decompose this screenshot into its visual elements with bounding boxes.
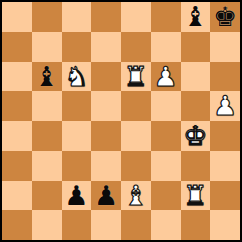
square-a6[interactable]: [2, 62, 32, 92]
square-e2[interactable]: ♝: [121, 181, 151, 211]
square-e8[interactable]: [121, 2, 151, 32]
black-bishop-g8[interactable]: ♝: [183, 2, 207, 32]
chess-board: ♝♚♝♞♜♟♟♚♟♟♝♜: [2, 2, 240, 240]
black-pawn-d2[interactable]: ♟: [94, 181, 118, 211]
square-c2[interactable]: ♟: [62, 181, 92, 211]
white-knight-c6[interactable]: ♞: [64, 62, 88, 92]
white-bishop-e2[interactable]: ♝: [124, 181, 148, 211]
square-b4[interactable]: [32, 121, 62, 151]
square-g5[interactable]: [181, 91, 211, 121]
square-e6[interactable]: ♜: [121, 62, 151, 92]
square-a2[interactable]: [2, 181, 32, 211]
square-c6[interactable]: ♞: [62, 62, 92, 92]
square-f7[interactable]: [151, 32, 181, 62]
white-pawn-f6[interactable]: ♟: [154, 62, 178, 92]
square-a8[interactable]: [2, 2, 32, 32]
square-b7[interactable]: [32, 32, 62, 62]
square-f5[interactable]: [151, 91, 181, 121]
square-b5[interactable]: [32, 91, 62, 121]
square-e3[interactable]: [121, 151, 151, 181]
square-e7[interactable]: [121, 32, 151, 62]
square-b8[interactable]: [32, 2, 62, 32]
square-g6[interactable]: [181, 62, 211, 92]
square-h3[interactable]: [210, 151, 240, 181]
square-g8[interactable]: ♝: [181, 2, 211, 32]
square-a7[interactable]: [2, 32, 32, 62]
square-h4[interactable]: [210, 121, 240, 151]
square-f2[interactable]: [151, 181, 181, 211]
square-c1[interactable]: [62, 210, 92, 240]
square-d3[interactable]: [91, 151, 121, 181]
square-d4[interactable]: [91, 121, 121, 151]
black-pawn-c2[interactable]: ♟: [64, 181, 88, 211]
square-g7[interactable]: [181, 32, 211, 62]
square-g1[interactable]: [181, 210, 211, 240]
black-bishop-b6[interactable]: ♝: [35, 62, 59, 92]
square-e5[interactable]: [121, 91, 151, 121]
square-d1[interactable]: [91, 210, 121, 240]
square-h8[interactable]: ♚: [210, 2, 240, 32]
square-d2[interactable]: ♟: [91, 181, 121, 211]
square-d7[interactable]: [91, 32, 121, 62]
square-h6[interactable]: [210, 62, 240, 92]
square-h1[interactable]: [210, 210, 240, 240]
square-b2[interactable]: [32, 181, 62, 211]
square-b3[interactable]: [32, 151, 62, 181]
square-d5[interactable]: [91, 91, 121, 121]
square-b1[interactable]: [32, 210, 62, 240]
square-d8[interactable]: [91, 2, 121, 32]
square-a3[interactable]: [2, 151, 32, 181]
square-f3[interactable]: [151, 151, 181, 181]
square-c8[interactable]: [62, 2, 92, 32]
black-king-h8[interactable]: ♚: [213, 2, 237, 32]
square-e1[interactable]: [121, 210, 151, 240]
square-h7[interactable]: [210, 32, 240, 62]
square-g3[interactable]: [181, 151, 211, 181]
square-f6[interactable]: ♟: [151, 62, 181, 92]
white-rook-g2[interactable]: ♜: [183, 181, 207, 211]
square-g2[interactable]: ♜: [181, 181, 211, 211]
white-pawn-h5[interactable]: ♟: [213, 91, 237, 121]
square-e4[interactable]: [121, 121, 151, 151]
square-f8[interactable]: [151, 2, 181, 32]
square-a5[interactable]: [2, 91, 32, 121]
square-c3[interactable]: [62, 151, 92, 181]
square-c4[interactable]: [62, 121, 92, 151]
chess-board-frame: ♝♚♝♞♜♟♟♚♟♟♝♜: [0, 0, 242, 242]
square-f1[interactable]: [151, 210, 181, 240]
square-c5[interactable]: [62, 91, 92, 121]
square-h2[interactable]: [210, 181, 240, 211]
white-rook-e6[interactable]: ♜: [124, 62, 148, 92]
square-h5[interactable]: ♟: [210, 91, 240, 121]
square-c7[interactable]: [62, 32, 92, 62]
square-a4[interactable]: [2, 121, 32, 151]
square-a1[interactable]: [2, 210, 32, 240]
white-king-g4[interactable]: ♚: [183, 121, 207, 151]
square-b6[interactable]: ♝: [32, 62, 62, 92]
square-g4[interactable]: ♚: [181, 121, 211, 151]
square-d6[interactable]: [91, 62, 121, 92]
square-f4[interactable]: [151, 121, 181, 151]
